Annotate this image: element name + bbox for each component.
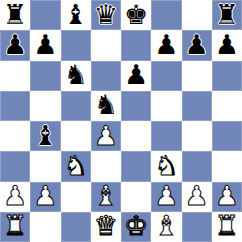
square-c5[interactable]: [61, 91, 91, 121]
square-d8[interactable]: ♛: [91, 0, 121, 30]
square-f1[interactable]: ♝: [151, 212, 181, 242]
square-f6[interactable]: [151, 61, 181, 91]
piece-white-pawn: ♟: [154, 182, 178, 209]
square-d7[interactable]: [91, 30, 121, 60]
square-d5[interactable]: ♞: [91, 91, 121, 121]
piece-black-pawn: ♟: [215, 31, 239, 58]
square-f2[interactable]: ♟: [151, 182, 181, 212]
square-e1[interactable]: ♚: [121, 212, 151, 242]
square-d2[interactable]: ♝: [91, 182, 121, 212]
piece-black-pawn: ♟: [124, 61, 148, 88]
square-a4[interactable]: [0, 121, 30, 151]
square-a2[interactable]: ♟: [0, 182, 30, 212]
piece-white-knight: ♞: [64, 152, 88, 179]
piece-white-pawn: ♟: [94, 122, 118, 149]
piece-black-pawn: ♟: [185, 31, 209, 58]
piece-black-pawn: ♟: [3, 31, 27, 58]
square-b1[interactable]: [30, 212, 60, 242]
square-f3[interactable]: ♞: [151, 151, 181, 181]
square-c3[interactable]: ♞: [61, 151, 91, 181]
square-a7[interactable]: ♟: [0, 30, 30, 60]
square-a6[interactable]: [0, 61, 30, 91]
square-b4[interactable]: ♝: [30, 121, 60, 151]
square-g7[interactable]: ♟: [182, 30, 212, 60]
piece-black-knight: ♞: [64, 61, 88, 88]
piece-black-pawn: ♟: [33, 31, 57, 58]
square-g2[interactable]: ♟: [182, 182, 212, 212]
square-d1[interactable]: ♛: [91, 212, 121, 242]
chess-board: ♜♝♛♚♜♟♟♟♟♟♞♟♞♝♟♞♞♟♟♝♟♟♟♜♛♚♝♜: [0, 0, 242, 242]
square-g3[interactable]: [182, 151, 212, 181]
piece-black-bishop: ♝: [33, 122, 57, 149]
square-f4[interactable]: [151, 121, 181, 151]
square-b6[interactable]: [30, 61, 60, 91]
square-h1[interactable]: ♜: [212, 212, 242, 242]
square-b8[interactable]: [30, 0, 60, 30]
piece-white-pawn: ♟: [185, 182, 209, 209]
piece-white-pawn: ♟: [3, 182, 27, 209]
square-h8[interactable]: ♜: [212, 0, 242, 30]
piece-black-queen: ♛: [94, 1, 118, 28]
square-b5[interactable]: [30, 91, 60, 121]
square-e4[interactable]: [121, 121, 151, 151]
square-d3[interactable]: [91, 151, 121, 181]
piece-white-bishop: ♝: [154, 212, 178, 239]
square-b3[interactable]: [30, 151, 60, 181]
square-b2[interactable]: ♟: [30, 182, 60, 212]
square-e6[interactable]: ♟: [121, 61, 151, 91]
square-f8[interactable]: [151, 0, 181, 30]
square-e5[interactable]: [121, 91, 151, 121]
square-h5[interactable]: [212, 91, 242, 121]
square-h4[interactable]: [212, 121, 242, 151]
square-e7[interactable]: [121, 30, 151, 60]
square-c4[interactable]: [61, 121, 91, 151]
square-h2[interactable]: ♟: [212, 182, 242, 212]
square-a3[interactable]: [0, 151, 30, 181]
square-g4[interactable]: [182, 121, 212, 151]
square-c8[interactable]: ♝: [61, 0, 91, 30]
square-g5[interactable]: [182, 91, 212, 121]
square-d4[interactable]: ♟: [91, 121, 121, 151]
square-a5[interactable]: [0, 91, 30, 121]
square-d6[interactable]: [91, 61, 121, 91]
piece-white-bishop: ♝: [94, 182, 118, 209]
square-g1[interactable]: [182, 212, 212, 242]
square-c1[interactable]: [61, 212, 91, 242]
square-f7[interactable]: ♟: [151, 30, 181, 60]
square-c7[interactable]: [61, 30, 91, 60]
square-e2[interactable]: [121, 182, 151, 212]
piece-white-pawn: ♟: [215, 182, 239, 209]
piece-white-rook: ♜: [215, 212, 239, 239]
square-e3[interactable]: [121, 151, 151, 181]
square-h6[interactable]: [212, 61, 242, 91]
square-g8[interactable]: [182, 0, 212, 30]
square-a8[interactable]: ♜: [0, 0, 30, 30]
square-h7[interactable]: ♟: [212, 30, 242, 60]
square-e8[interactable]: ♚: [121, 0, 151, 30]
piece-black-bishop: ♝: [64, 1, 88, 28]
piece-black-pawn: ♟: [154, 31, 178, 58]
piece-black-knight: ♞: [94, 91, 118, 118]
square-g6[interactable]: [182, 61, 212, 91]
piece-white-king: ♚: [124, 212, 148, 239]
square-h3[interactable]: [212, 151, 242, 181]
piece-black-rook: ♜: [215, 1, 239, 28]
square-c2[interactable]: [61, 182, 91, 212]
square-a1[interactable]: ♜: [0, 212, 30, 242]
piece-white-pawn: ♟: [33, 182, 57, 209]
piece-white-rook: ♜: [3, 212, 27, 239]
piece-black-king: ♚: [124, 1, 148, 28]
square-f5[interactable]: [151, 91, 181, 121]
square-c6[interactable]: ♞: [61, 61, 91, 91]
piece-white-queen: ♛: [94, 212, 118, 239]
piece-white-knight: ♞: [154, 152, 178, 179]
square-b7[interactable]: ♟: [30, 30, 60, 60]
piece-black-rook: ♜: [3, 1, 27, 28]
